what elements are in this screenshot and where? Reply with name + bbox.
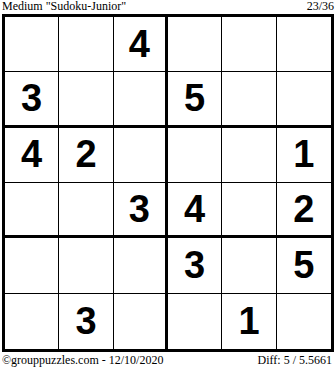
puzzle-title: Medium "Sudoku-Junior": [2, 0, 126, 13]
cell-r3c4[interactable]: [168, 128, 222, 183]
cell-r3c6: 1: [277, 128, 331, 183]
cell-r3c3[interactable]: [114, 128, 168, 183]
cell-r5c3[interactable]: [114, 238, 168, 293]
cell-r1c1[interactable]: [5, 17, 59, 72]
cell-r1c5[interactable]: [222, 17, 276, 72]
cell-r1c4[interactable]: [168, 17, 222, 72]
copyright-text: ©grouppuzzles.com - 12/10/2020: [2, 353, 163, 367]
cell-r5c6: 5: [277, 238, 331, 293]
cell-r3c2: 2: [59, 128, 113, 183]
cell-r2c5[interactable]: [222, 72, 276, 127]
cell-r3c5[interactable]: [222, 128, 276, 183]
header: Medium "Sudoku-Junior" 23/36: [2, 0, 334, 13]
cell-r6c6[interactable]: [277, 294, 331, 349]
cell-r2c2[interactable]: [59, 72, 113, 127]
footer: ©grouppuzzles.com - 12/10/2020 Diff: 5 /…: [2, 353, 332, 367]
cell-r5c4: 3: [168, 238, 222, 293]
cell-r4c3: 3: [114, 183, 168, 238]
cell-r6c5: 1: [222, 294, 276, 349]
cell-r2c1: 3: [5, 72, 59, 127]
cell-r5c5[interactable]: [222, 238, 276, 293]
cell-r5c1[interactable]: [5, 238, 59, 293]
cell-r4c6: 2: [277, 183, 331, 238]
cell-r1c6[interactable]: [277, 17, 331, 72]
cell-r6c2: 3: [59, 294, 113, 349]
cell-r6c1[interactable]: [5, 294, 59, 349]
cell-r4c5[interactable]: [222, 183, 276, 238]
cell-r6c4[interactable]: [168, 294, 222, 349]
cell-r4c4: 4: [168, 183, 222, 238]
cell-r6c3[interactable]: [114, 294, 168, 349]
cell-r3c1: 4: [5, 128, 59, 183]
sudoku-grid: 4354213423531: [2, 14, 334, 352]
cell-r1c3: 4: [114, 17, 168, 72]
cell-r5c2[interactable]: [59, 238, 113, 293]
cell-r4c2[interactable]: [59, 183, 113, 238]
cell-r2c3[interactable]: [114, 72, 168, 127]
cell-r1c2[interactable]: [59, 17, 113, 72]
puzzle-page: Medium "Sudoku-Junior" 23/36 43542134235…: [0, 0, 336, 370]
cell-r2c6[interactable]: [277, 72, 331, 127]
cell-r4c1[interactable]: [5, 183, 59, 238]
difficulty-text: Diff: 5 / 5.5661: [258, 353, 332, 367]
cell-r2c4: 5: [168, 72, 222, 127]
puzzle-counter: 23/36: [307, 0, 334, 13]
